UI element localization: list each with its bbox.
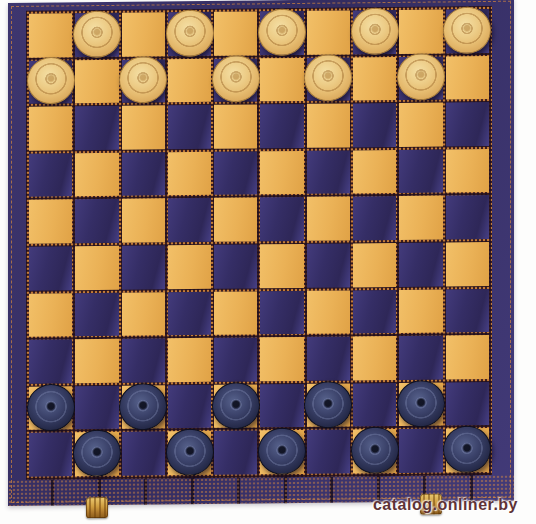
square[interactable] bbox=[214, 291, 257, 335]
square[interactable] bbox=[446, 335, 489, 379]
square[interactable] bbox=[29, 386, 72, 430]
square[interactable] bbox=[399, 289, 442, 333]
square[interactable] bbox=[29, 246, 72, 290]
square[interactable] bbox=[122, 152, 165, 196]
square[interactable] bbox=[260, 384, 303, 428]
square[interactable] bbox=[29, 107, 72, 151]
left-hinge bbox=[86, 497, 108, 518]
white-checker-piece[interactable] bbox=[351, 7, 399, 55]
square[interactable] bbox=[214, 384, 257, 428]
square[interactable] bbox=[446, 56, 489, 100]
watermark: catalog.onliner.by bbox=[373, 496, 518, 514]
square[interactable] bbox=[353, 243, 396, 287]
square[interactable] bbox=[122, 12, 165, 56]
square[interactable] bbox=[307, 383, 350, 427]
black-checker-piece[interactable] bbox=[258, 428, 306, 476]
square[interactable] bbox=[75, 246, 118, 290]
square[interactable] bbox=[307, 197, 350, 241]
square[interactable] bbox=[399, 242, 442, 286]
square[interactable] bbox=[446, 102, 489, 146]
square[interactable] bbox=[399, 196, 442, 240]
square[interactable] bbox=[260, 197, 303, 241]
square[interactable] bbox=[353, 103, 396, 147]
square[interactable] bbox=[75, 199, 118, 243]
square[interactable] bbox=[260, 337, 303, 381]
square[interactable] bbox=[446, 428, 489, 472]
black-checker-piece[interactable] bbox=[397, 380, 445, 428]
square[interactable] bbox=[168, 12, 211, 56]
black-checker-piece[interactable] bbox=[443, 426, 491, 474]
square[interactable] bbox=[260, 57, 303, 101]
square[interactable] bbox=[353, 429, 396, 473]
square[interactable] bbox=[29, 13, 72, 57]
square[interactable] bbox=[214, 244, 257, 288]
square[interactable] bbox=[353, 383, 396, 427]
square[interactable] bbox=[75, 13, 118, 57]
white-checker-piece[interactable] bbox=[258, 8, 306, 56]
square[interactable] bbox=[399, 9, 442, 53]
square[interactable] bbox=[353, 150, 396, 194]
square[interactable] bbox=[353, 196, 396, 240]
square[interactable] bbox=[214, 431, 257, 475]
square[interactable] bbox=[214, 105, 257, 149]
square[interactable] bbox=[122, 199, 165, 243]
square[interactable] bbox=[168, 291, 211, 335]
square[interactable] bbox=[446, 9, 489, 53]
white-checker-piece[interactable] bbox=[212, 55, 260, 103]
square[interactable] bbox=[353, 10, 396, 54]
square[interactable] bbox=[446, 289, 489, 333]
square[interactable] bbox=[353, 290, 396, 334]
white-checker-piece[interactable] bbox=[397, 53, 445, 101]
square[interactable] bbox=[122, 59, 165, 103]
checkers-board bbox=[8, 0, 514, 506]
square[interactable] bbox=[29, 153, 72, 197]
black-checker-piece[interactable] bbox=[212, 382, 260, 430]
square[interactable] bbox=[29, 293, 72, 337]
square[interactable] bbox=[122, 432, 165, 476]
white-checker-piece[interactable] bbox=[119, 56, 167, 104]
square[interactable] bbox=[214, 198, 257, 242]
photo-stage: catalog.onliner.by bbox=[0, 0, 536, 524]
square[interactable] bbox=[29, 340, 72, 384]
square[interactable] bbox=[168, 198, 211, 242]
square[interactable] bbox=[260, 104, 303, 148]
square[interactable] bbox=[260, 11, 303, 55]
square[interactable] bbox=[75, 386, 118, 430]
square[interactable] bbox=[168, 338, 211, 382]
square[interactable] bbox=[307, 104, 350, 148]
square[interactable] bbox=[399, 103, 442, 147]
square[interactable] bbox=[29, 433, 72, 477]
square[interactable] bbox=[214, 58, 257, 102]
board-grid bbox=[26, 6, 492, 480]
white-checker-piece[interactable] bbox=[27, 57, 75, 105]
square[interactable] bbox=[168, 245, 211, 289]
square[interactable] bbox=[29, 200, 72, 244]
square[interactable] bbox=[122, 339, 165, 383]
square[interactable] bbox=[122, 385, 165, 429]
square[interactable] bbox=[75, 432, 118, 476]
square[interactable] bbox=[75, 292, 118, 336]
square[interactable] bbox=[307, 150, 350, 194]
square[interactable] bbox=[122, 106, 165, 150]
square[interactable] bbox=[168, 431, 211, 475]
square[interactable] bbox=[307, 57, 350, 101]
square[interactable] bbox=[307, 337, 350, 381]
square[interactable] bbox=[446, 242, 489, 286]
square[interactable] bbox=[168, 105, 211, 149]
square[interactable] bbox=[75, 339, 118, 383]
white-checker-piece[interactable] bbox=[166, 9, 214, 57]
square[interactable] bbox=[399, 382, 442, 426]
square[interactable] bbox=[122, 245, 165, 289]
square[interactable] bbox=[260, 430, 303, 474]
black-checker-piece[interactable] bbox=[119, 382, 167, 430]
square[interactable] bbox=[168, 152, 211, 196]
square[interactable] bbox=[75, 59, 118, 103]
square[interactable] bbox=[307, 10, 350, 54]
black-checker-piece[interactable] bbox=[166, 429, 214, 477]
square[interactable] bbox=[446, 382, 489, 426]
white-checker-piece[interactable] bbox=[304, 54, 352, 102]
white-checker-piece[interactable] bbox=[73, 10, 121, 58]
square[interactable] bbox=[260, 244, 303, 288]
square[interactable] bbox=[168, 385, 211, 429]
black-checker-piece[interactable] bbox=[27, 383, 75, 431]
square[interactable] bbox=[214, 11, 257, 55]
square[interactable] bbox=[29, 60, 72, 104]
square[interactable] bbox=[399, 56, 442, 100]
square[interactable] bbox=[307, 430, 350, 474]
square[interactable] bbox=[307, 243, 350, 287]
black-checker-piece[interactable] bbox=[351, 427, 399, 475]
black-checker-piece[interactable] bbox=[73, 430, 121, 478]
square[interactable] bbox=[446, 149, 489, 193]
square[interactable] bbox=[75, 106, 118, 150]
square[interactable] bbox=[260, 151, 303, 195]
square[interactable] bbox=[168, 58, 211, 102]
square[interactable] bbox=[353, 57, 396, 101]
square[interactable] bbox=[214, 338, 257, 382]
square[interactable] bbox=[307, 290, 350, 334]
square[interactable] bbox=[214, 151, 257, 195]
square[interactable] bbox=[446, 195, 489, 239]
square[interactable] bbox=[122, 292, 165, 336]
square[interactable] bbox=[353, 336, 396, 380]
square[interactable] bbox=[399, 336, 442, 380]
square[interactable] bbox=[260, 290, 303, 334]
black-checker-piece[interactable] bbox=[304, 381, 352, 429]
white-checker-piece[interactable] bbox=[443, 6, 491, 54]
square[interactable] bbox=[399, 429, 442, 473]
square[interactable] bbox=[75, 153, 118, 197]
square[interactable] bbox=[399, 149, 442, 193]
